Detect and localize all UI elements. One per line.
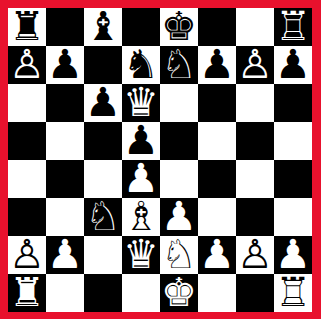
black-knight: ♘ — [85, 197, 121, 235]
white-pawn: ♟ — [161, 197, 197, 235]
black-king: ♚ — [161, 7, 197, 45]
square-a6[interactable] — [8, 84, 46, 122]
square-g5[interactable] — [236, 122, 274, 160]
square-b2[interactable]: ♟ — [46, 236, 84, 274]
square-c6[interactable]: ♟ — [84, 84, 122, 122]
white-rook: ♜ — [9, 273, 45, 311]
white-queen: ♛ — [123, 83, 159, 121]
square-d2[interactable]: ♛ — [122, 236, 160, 274]
white-pawn: ♟ — [275, 235, 311, 273]
square-c3[interactable]: ♘ — [84, 198, 122, 236]
white-pawn: ♟ — [47, 235, 83, 273]
square-c2[interactable] — [84, 236, 122, 274]
square-e1[interactable]: ♚ — [160, 274, 198, 312]
square-g1[interactable] — [236, 274, 274, 312]
square-f5[interactable] — [198, 122, 236, 160]
square-c8[interactable]: ♝ — [84, 8, 122, 46]
black-pawn: ♟ — [275, 45, 311, 83]
square-b7[interactable]: ♟ — [46, 46, 84, 84]
square-g2[interactable]: ♙ — [236, 236, 274, 274]
white-rook: ♖ — [275, 273, 311, 311]
board-frame: ♜♝♚♖♙♟♞♘♟♙♟♟♛♟♟♘♗♟♙♟♛♘♟♙♟♜♚♖ — [0, 0, 321, 319]
square-d1[interactable] — [122, 274, 160, 312]
square-f1[interactable] — [198, 274, 236, 312]
square-c5[interactable] — [84, 122, 122, 160]
black-pawn: ♟ — [47, 45, 83, 83]
square-f6[interactable] — [198, 84, 236, 122]
white-pawn: ♙ — [9, 235, 45, 273]
square-g4[interactable] — [236, 160, 274, 198]
square-a1[interactable]: ♜ — [8, 274, 46, 312]
square-g6[interactable] — [236, 84, 274, 122]
black-pawn: ♙ — [237, 45, 273, 83]
white-queen: ♛ — [123, 235, 159, 273]
square-c1[interactable] — [84, 274, 122, 312]
white-knight: ♘ — [161, 235, 197, 273]
black-knight: ♞ — [123, 45, 159, 83]
white-pawn: ♟ — [199, 235, 235, 273]
square-e5[interactable] — [160, 122, 198, 160]
square-h5[interactable] — [274, 122, 312, 160]
square-f4[interactable] — [198, 160, 236, 198]
black-rook: ♜ — [9, 7, 45, 45]
white-king: ♚ — [161, 273, 197, 311]
black-knight: ♘ — [161, 45, 197, 83]
square-e7[interactable]: ♘ — [160, 46, 198, 84]
square-b1[interactable] — [46, 274, 84, 312]
black-rook: ♖ — [275, 7, 311, 45]
square-h6[interactable] — [274, 84, 312, 122]
square-f7[interactable]: ♟ — [198, 46, 236, 84]
white-bishop: ♗ — [123, 197, 159, 235]
square-h7[interactable]: ♟ — [274, 46, 312, 84]
white-pawn: ♙ — [237, 235, 273, 273]
square-h4[interactable] — [274, 160, 312, 198]
square-a4[interactable] — [8, 160, 46, 198]
chess-board: ♜♝♚♖♙♟♞♘♟♙♟♟♛♟♟♘♗♟♙♟♛♘♟♙♟♜♚♖ — [8, 8, 312, 312]
black-pawn: ♟ — [85, 83, 121, 121]
square-g7[interactable]: ♙ — [236, 46, 274, 84]
square-f2[interactable]: ♟ — [198, 236, 236, 274]
black-pawn: ♟ — [123, 121, 159, 159]
white-pawn: ♟ — [123, 159, 159, 197]
black-pawn: ♙ — [9, 45, 45, 83]
square-b6[interactable] — [46, 84, 84, 122]
square-b5[interactable] — [46, 122, 84, 160]
black-pawn: ♟ — [199, 45, 235, 83]
square-e6[interactable] — [160, 84, 198, 122]
square-h1[interactable]: ♖ — [274, 274, 312, 312]
black-bishop: ♝ — [85, 7, 121, 45]
square-b4[interactable] — [46, 160, 84, 198]
square-a5[interactable] — [8, 122, 46, 160]
square-a7[interactable]: ♙ — [8, 46, 46, 84]
